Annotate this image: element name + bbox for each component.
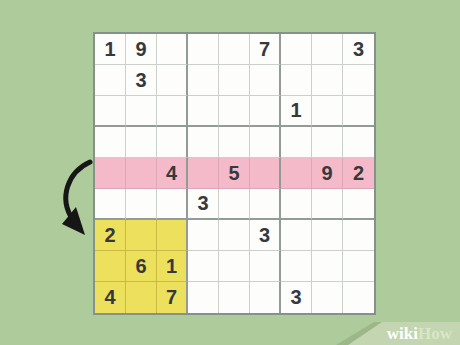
cell-r7c8[interactable] xyxy=(312,220,343,251)
cell-r2c6[interactable] xyxy=(250,65,281,96)
cell-r6c7[interactable] xyxy=(281,189,312,220)
cell-r8c9[interactable] xyxy=(343,251,374,282)
digit: 3 xyxy=(197,192,208,215)
cell-r5c6[interactable] xyxy=(250,158,281,189)
cell-r1c4[interactable] xyxy=(188,34,219,65)
cell-r1c8[interactable] xyxy=(312,34,343,65)
cell-r1c9[interactable]: 3 xyxy=(343,34,374,65)
cell-r3c6[interactable] xyxy=(250,96,281,127)
cell-r1c2[interactable]: 9 xyxy=(126,34,157,65)
cell-r9c6[interactable] xyxy=(250,282,281,313)
cell-r7c4[interactable] xyxy=(188,220,219,251)
cell-r8c6[interactable] xyxy=(250,251,281,282)
cell-r2c7[interactable] xyxy=(281,65,312,96)
cell-r8c7[interactable] xyxy=(281,251,312,282)
digit: 3 xyxy=(353,38,364,61)
cell-r7c9[interactable] xyxy=(343,220,374,251)
cell-r4c8[interactable] xyxy=(312,127,343,158)
cell-r3c5[interactable] xyxy=(219,96,250,127)
digit: 5 xyxy=(228,162,239,185)
cell-r4c9[interactable] xyxy=(343,127,374,158)
cell-r7c3[interactable] xyxy=(157,220,188,251)
cell-r8c1[interactable] xyxy=(95,251,126,282)
cell-r2c3[interactable] xyxy=(157,65,188,96)
cell-r9c4[interactable] xyxy=(188,282,219,313)
digit: 7 xyxy=(166,286,177,309)
digit: 7 xyxy=(259,38,270,61)
digit: 2 xyxy=(104,224,115,247)
cell-r9c3[interactable]: 7 xyxy=(157,282,188,313)
cell-r9c2[interactable] xyxy=(126,282,157,313)
digit: 9 xyxy=(135,38,146,61)
sudoku-board: 197331459232361473 xyxy=(93,32,376,315)
cell-r6c4[interactable]: 3 xyxy=(188,189,219,220)
cell-r4c5[interactable] xyxy=(219,127,250,158)
cell-r9c9[interactable] xyxy=(343,282,374,313)
cell-r1c3[interactable] xyxy=(157,34,188,65)
curved-arrow-icon xyxy=(38,150,102,248)
illustration-background: 197331459232361473 wikiHow xyxy=(0,0,460,345)
cell-r4c4[interactable] xyxy=(188,127,219,158)
cell-r5c8[interactable]: 9 xyxy=(312,158,343,189)
cell-r4c7[interactable] xyxy=(281,127,312,158)
cell-r5c3[interactable]: 4 xyxy=(157,158,188,189)
cell-r8c2[interactable]: 6 xyxy=(126,251,157,282)
digit: 1 xyxy=(290,99,301,122)
cell-r3c2[interactable] xyxy=(126,96,157,127)
digit: 3 xyxy=(259,224,270,247)
cell-r9c7[interactable]: 3 xyxy=(281,282,312,313)
cell-r7c2[interactable] xyxy=(126,220,157,251)
cell-r6c3[interactable] xyxy=(157,189,188,220)
cell-r3c4[interactable] xyxy=(188,96,219,127)
digit: 3 xyxy=(290,286,301,309)
cell-r8c4[interactable] xyxy=(188,251,219,282)
cell-r8c3[interactable]: 1 xyxy=(157,251,188,282)
digit: 3 xyxy=(135,69,146,92)
cell-r8c8[interactable] xyxy=(312,251,343,282)
cell-r6c2[interactable] xyxy=(126,189,157,220)
cell-r2c1[interactable] xyxy=(95,65,126,96)
digit: 6 xyxy=(135,255,146,278)
cell-r9c8[interactable] xyxy=(312,282,343,313)
digit: 1 xyxy=(104,38,115,61)
cell-r6c9[interactable] xyxy=(343,189,374,220)
cell-r9c5[interactable] xyxy=(219,282,250,313)
cell-r6c6[interactable] xyxy=(250,189,281,220)
cell-r5c4[interactable] xyxy=(188,158,219,189)
cell-r2c4[interactable] xyxy=(188,65,219,96)
cell-r1c6[interactable]: 7 xyxy=(250,34,281,65)
cell-r3c7[interactable]: 1 xyxy=(281,96,312,127)
digit: 2 xyxy=(353,162,364,185)
cell-r5c5[interactable]: 5 xyxy=(219,158,250,189)
cell-r2c5[interactable] xyxy=(219,65,250,96)
cell-r6c5[interactable] xyxy=(219,189,250,220)
wikihow-how-text: How xyxy=(418,322,452,345)
cell-r8c5[interactable] xyxy=(219,251,250,282)
digit: 1 xyxy=(166,255,177,278)
cell-r2c2[interactable]: 3 xyxy=(126,65,157,96)
cell-r5c9[interactable]: 2 xyxy=(343,158,374,189)
cell-r5c7[interactable] xyxy=(281,158,312,189)
cell-r6c8[interactable] xyxy=(312,189,343,220)
cell-r3c8[interactable] xyxy=(312,96,343,127)
digit: 4 xyxy=(166,162,177,185)
cell-r9c1[interactable]: 4 xyxy=(95,282,126,313)
cell-r3c3[interactable] xyxy=(157,96,188,127)
cell-r3c9[interactable] xyxy=(343,96,374,127)
cell-r3c1[interactable] xyxy=(95,96,126,127)
cell-r1c5[interactable] xyxy=(219,34,250,65)
digit: 4 xyxy=(104,286,115,309)
digit: 9 xyxy=(321,162,332,185)
cell-r2c8[interactable] xyxy=(312,65,343,96)
cell-r7c5[interactable] xyxy=(219,220,250,251)
cell-r7c7[interactable] xyxy=(281,220,312,251)
cell-r1c1[interactable]: 1 xyxy=(95,34,126,65)
cell-r4c3[interactable] xyxy=(157,127,188,158)
cell-r5c2[interactable] xyxy=(126,158,157,189)
cell-r4c6[interactable] xyxy=(250,127,281,158)
wikihow-wiki-text: wiki xyxy=(387,322,418,345)
cell-r2c9[interactable] xyxy=(343,65,374,96)
cell-r7c6[interactable]: 3 xyxy=(250,220,281,251)
cell-r1c7[interactable] xyxy=(281,34,312,65)
cell-r4c2[interactable] xyxy=(126,127,157,158)
